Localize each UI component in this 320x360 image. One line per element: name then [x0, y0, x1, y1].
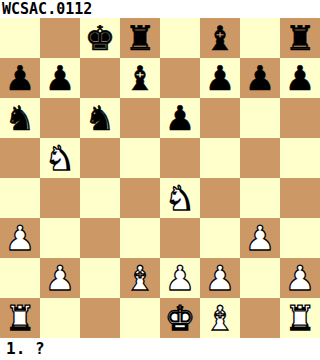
square-d8[interactable]: ♜ — [120, 18, 160, 58]
square-g2[interactable] — [240, 258, 280, 298]
piece-black-rook: ♜ — [280, 18, 320, 58]
square-e5[interactable] — [160, 138, 200, 178]
piece-white-rook: ♜ — [280, 298, 320, 338]
piece-white-bishop: ♝ — [120, 258, 160, 298]
square-f3[interactable] — [200, 218, 240, 258]
square-d5[interactable] — [120, 138, 160, 178]
move-prompt: 1. ? — [0, 338, 320, 360]
square-b6[interactable] — [40, 98, 80, 138]
square-c8[interactable]: ♚ — [80, 18, 120, 58]
square-e6[interactable]: ♟ — [160, 98, 200, 138]
piece-white-king: ♚ — [160, 298, 200, 338]
square-f8[interactable]: ♝ — [200, 18, 240, 58]
square-a6[interactable]: ♞ — [0, 98, 40, 138]
square-h6[interactable] — [280, 98, 320, 138]
piece-white-knight: ♞ — [160, 178, 200, 218]
square-b5[interactable]: ♞ — [40, 138, 80, 178]
square-b1[interactable] — [40, 298, 80, 338]
square-c4[interactable] — [80, 178, 120, 218]
square-e4[interactable]: ♞ — [160, 178, 200, 218]
piece-white-pawn: ♟ — [280, 258, 320, 298]
piece-white-pawn: ♟ — [160, 258, 200, 298]
square-e7[interactable] — [160, 58, 200, 98]
square-g1[interactable] — [240, 298, 280, 338]
square-b2[interactable]: ♟ — [40, 258, 80, 298]
square-g8[interactable] — [240, 18, 280, 58]
piece-black-bishop: ♝ — [200, 18, 240, 58]
square-c1[interactable] — [80, 298, 120, 338]
square-d1[interactable] — [120, 298, 160, 338]
piece-white-pawn: ♟ — [40, 258, 80, 298]
piece-black-bishop: ♝ — [120, 58, 160, 98]
square-c6[interactable]: ♞ — [80, 98, 120, 138]
piece-black-knight: ♞ — [0, 98, 40, 138]
square-h4[interactable] — [280, 178, 320, 218]
square-f7[interactable]: ♟ — [200, 58, 240, 98]
chess-app-window: WCSAC.0112 ♚♜♝♜♟♟♝♟♟♟♞♞♟♞♞♟♟♟♝♟♟♟♜♚♝♜ 1.… — [0, 0, 320, 360]
piece-white-knight: ♞ — [40, 138, 80, 178]
square-f6[interactable] — [200, 98, 240, 138]
square-b3[interactable] — [40, 218, 80, 258]
square-d4[interactable] — [120, 178, 160, 218]
square-b7[interactable]: ♟ — [40, 58, 80, 98]
square-a7[interactable]: ♟ — [0, 58, 40, 98]
piece-white-rook: ♜ — [0, 298, 40, 338]
square-a3[interactable]: ♟ — [0, 218, 40, 258]
piece-white-bishop: ♝ — [200, 298, 240, 338]
square-e8[interactable] — [160, 18, 200, 58]
piece-black-rook: ♜ — [120, 18, 160, 58]
square-f5[interactable] — [200, 138, 240, 178]
square-c3[interactable] — [80, 218, 120, 258]
square-h1[interactable]: ♜ — [280, 298, 320, 338]
square-g4[interactable] — [240, 178, 280, 218]
square-a5[interactable] — [0, 138, 40, 178]
piece-black-pawn: ♟ — [200, 58, 240, 98]
piece-black-pawn: ♟ — [240, 58, 280, 98]
square-a4[interactable] — [0, 178, 40, 218]
square-a8[interactable] — [0, 18, 40, 58]
piece-white-pawn: ♟ — [200, 258, 240, 298]
square-a2[interactable] — [0, 258, 40, 298]
square-h2[interactable]: ♟ — [280, 258, 320, 298]
square-a1[interactable]: ♜ — [0, 298, 40, 338]
piece-black-pawn: ♟ — [40, 58, 80, 98]
piece-black-pawn: ♟ — [280, 58, 320, 98]
square-d2[interactable]: ♝ — [120, 258, 160, 298]
page-title: WCSAC.0112 — [0, 0, 320, 18]
piece-black-pawn: ♟ — [0, 58, 40, 98]
square-c7[interactable] — [80, 58, 120, 98]
square-g6[interactable] — [240, 98, 280, 138]
square-b4[interactable] — [40, 178, 80, 218]
square-g3[interactable]: ♟ — [240, 218, 280, 258]
square-e1[interactable]: ♚ — [160, 298, 200, 338]
piece-white-pawn: ♟ — [240, 218, 280, 258]
square-f1[interactable]: ♝ — [200, 298, 240, 338]
square-d7[interactable]: ♝ — [120, 58, 160, 98]
square-d3[interactable] — [120, 218, 160, 258]
square-f2[interactable]: ♟ — [200, 258, 240, 298]
piece-black-knight: ♞ — [80, 98, 120, 138]
square-h8[interactable]: ♜ — [280, 18, 320, 58]
square-g7[interactable]: ♟ — [240, 58, 280, 98]
square-h7[interactable]: ♟ — [280, 58, 320, 98]
square-g5[interactable] — [240, 138, 280, 178]
square-e2[interactable]: ♟ — [160, 258, 200, 298]
square-h5[interactable] — [280, 138, 320, 178]
chess-board: ♚♜♝♜♟♟♝♟♟♟♞♞♟♞♞♟♟♟♝♟♟♟♜♚♝♜ — [0, 18, 320, 338]
square-h3[interactable] — [280, 218, 320, 258]
square-f4[interactable] — [200, 178, 240, 218]
square-e3[interactable] — [160, 218, 200, 258]
square-b8[interactable] — [40, 18, 80, 58]
square-d6[interactable] — [120, 98, 160, 138]
square-c5[interactable] — [80, 138, 120, 178]
square-c2[interactable] — [80, 258, 120, 298]
piece-black-pawn: ♟ — [160, 98, 200, 138]
piece-black-king: ♚ — [80, 18, 120, 58]
piece-white-pawn: ♟ — [0, 218, 40, 258]
